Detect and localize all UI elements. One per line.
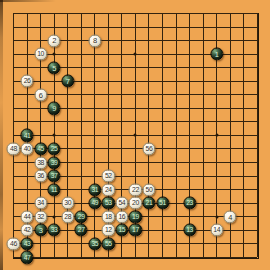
intersection[interactable]: 23 [183, 196, 197, 210]
intersection[interactable]: 4 [223, 210, 237, 224]
intersection[interactable] [183, 129, 197, 143]
intersection[interactable] [237, 102, 251, 116]
intersection[interactable] [169, 115, 183, 129]
intersection[interactable] [156, 61, 170, 75]
intersection[interactable] [115, 47, 129, 61]
intersection[interactable]: 9 [47, 102, 61, 116]
intersection[interactable] [20, 196, 34, 210]
intersection[interactable] [102, 251, 116, 265]
intersection[interactable] [142, 156, 156, 170]
intersection[interactable] [20, 34, 34, 48]
intersection[interactable]: 2 [47, 34, 61, 48]
intersection[interactable] [210, 210, 224, 224]
intersection[interactable] [237, 237, 251, 251]
intersection[interactable] [251, 237, 265, 251]
intersection[interactable] [210, 129, 224, 143]
intersection[interactable] [251, 61, 265, 75]
intersection[interactable]: 31 [88, 183, 102, 197]
intersection[interactable]: 38 [34, 156, 48, 170]
intersection[interactable] [251, 210, 265, 224]
intersection[interactable] [142, 7, 156, 21]
intersection[interactable] [129, 20, 143, 34]
intersection[interactable]: 33 [47, 223, 61, 237]
intersection[interactable] [34, 20, 48, 34]
intersection[interactable] [251, 196, 265, 210]
intersection[interactable] [74, 251, 88, 265]
intersection[interactable] [196, 142, 210, 156]
intersection[interactable] [142, 129, 156, 143]
intersection[interactable]: 3 [34, 223, 48, 237]
intersection[interactable] [47, 88, 61, 102]
intersection[interactable] [223, 74, 237, 88]
intersection[interactable] [88, 20, 102, 34]
intersection[interactable] [251, 34, 265, 48]
intersection[interactable] [196, 169, 210, 183]
intersection[interactable] [74, 74, 88, 88]
intersection[interactable]: 26 [20, 74, 34, 88]
intersection[interactable] [74, 169, 88, 183]
intersection[interactable]: 8 [88, 34, 102, 48]
intersection[interactable] [237, 7, 251, 21]
intersection[interactable] [34, 115, 48, 129]
intersection[interactable] [74, 196, 88, 210]
intersection[interactable] [7, 61, 21, 75]
intersection[interactable] [102, 88, 116, 102]
intersection[interactable]: 50 [142, 183, 156, 197]
intersection[interactable] [115, 61, 129, 75]
intersection[interactable]: 10 [34, 47, 48, 61]
intersection[interactable] [142, 210, 156, 224]
intersection[interactable] [20, 20, 34, 34]
intersection[interactable] [61, 142, 75, 156]
go-board[interactable]: 2810152676941484045255638393637521131242… [7, 7, 264, 264]
intersection[interactable] [115, 183, 129, 197]
intersection[interactable] [142, 102, 156, 116]
intersection[interactable] [169, 47, 183, 61]
intersection[interactable] [142, 47, 156, 61]
intersection[interactable] [169, 7, 183, 21]
intersection[interactable] [102, 61, 116, 75]
intersection[interactable] [210, 251, 224, 265]
intersection[interactable] [88, 47, 102, 61]
intersection[interactable] [237, 34, 251, 48]
intersection[interactable] [20, 61, 34, 75]
intersection[interactable] [237, 61, 251, 75]
intersection[interactable] [47, 115, 61, 129]
intersection[interactable] [61, 156, 75, 170]
intersection[interactable] [88, 88, 102, 102]
intersection[interactable] [61, 102, 75, 116]
intersection[interactable] [115, 129, 129, 143]
intersection[interactable] [196, 196, 210, 210]
intersection[interactable]: 51 [156, 196, 170, 210]
intersection[interactable] [183, 34, 197, 48]
intersection[interactable] [7, 169, 21, 183]
intersection[interactable] [183, 169, 197, 183]
intersection[interactable] [61, 34, 75, 48]
intersection[interactable]: 5 [47, 61, 61, 75]
intersection[interactable] [196, 34, 210, 48]
intersection[interactable] [61, 129, 75, 143]
intersection[interactable] [74, 183, 88, 197]
intersection[interactable]: 7 [61, 74, 75, 88]
intersection[interactable] [74, 237, 88, 251]
intersection[interactable] [129, 129, 143, 143]
intersection[interactable]: 43 [20, 237, 34, 251]
intersection[interactable] [169, 20, 183, 34]
intersection[interactable] [251, 74, 265, 88]
intersection[interactable] [237, 210, 251, 224]
intersection[interactable] [20, 156, 34, 170]
intersection[interactable] [115, 237, 129, 251]
intersection[interactable]: 32 [34, 210, 48, 224]
intersection[interactable] [156, 74, 170, 88]
intersection[interactable]: 6 [34, 88, 48, 102]
intersection[interactable] [47, 251, 61, 265]
intersection[interactable] [142, 20, 156, 34]
intersection[interactable] [102, 7, 116, 21]
intersection[interactable] [88, 129, 102, 143]
intersection[interactable] [129, 7, 143, 21]
intersection[interactable] [61, 183, 75, 197]
intersection[interactable] [183, 251, 197, 265]
intersection[interactable] [196, 223, 210, 237]
intersection[interactable] [196, 61, 210, 75]
intersection[interactable] [129, 74, 143, 88]
intersection[interactable] [115, 102, 129, 116]
intersection[interactable]: 55 [102, 237, 116, 251]
intersection[interactable] [102, 34, 116, 48]
intersection[interactable] [169, 237, 183, 251]
intersection[interactable]: 15 [115, 223, 129, 237]
intersection[interactable] [196, 20, 210, 34]
intersection[interactable] [7, 7, 21, 21]
intersection[interactable] [20, 88, 34, 102]
intersection[interactable] [223, 142, 237, 156]
intersection[interactable] [210, 61, 224, 75]
intersection[interactable] [129, 88, 143, 102]
intersection[interactable] [61, 47, 75, 61]
intersection[interactable] [74, 47, 88, 61]
intersection[interactable] [115, 169, 129, 183]
intersection[interactable] [61, 115, 75, 129]
intersection[interactable]: 39 [47, 156, 61, 170]
intersection[interactable] [169, 102, 183, 116]
intersection[interactable] [88, 169, 102, 183]
intersection[interactable] [74, 20, 88, 34]
intersection[interactable] [74, 102, 88, 116]
intersection[interactable]: 30 [61, 196, 75, 210]
intersection[interactable] [7, 251, 21, 265]
intersection[interactable] [251, 47, 265, 61]
intersection[interactable] [210, 74, 224, 88]
intersection[interactable] [47, 210, 61, 224]
intersection[interactable] [129, 237, 143, 251]
intersection[interactable] [251, 20, 265, 34]
intersection[interactable]: 1 [210, 47, 224, 61]
intersection[interactable]: 40 [20, 142, 34, 156]
intersection[interactable] [223, 129, 237, 143]
intersection[interactable] [210, 20, 224, 34]
intersection[interactable] [102, 156, 116, 170]
intersection[interactable] [237, 223, 251, 237]
intersection[interactable] [210, 142, 224, 156]
intersection[interactable] [223, 115, 237, 129]
intersection[interactable] [237, 142, 251, 156]
intersection[interactable] [251, 102, 265, 116]
intersection[interactable] [102, 129, 116, 143]
intersection[interactable] [7, 115, 21, 129]
intersection[interactable]: 48 [7, 142, 21, 156]
intersection[interactable] [47, 74, 61, 88]
intersection[interactable] [183, 47, 197, 61]
intersection[interactable] [196, 183, 210, 197]
intersection[interactable]: 49 [88, 196, 102, 210]
intersection[interactable] [156, 129, 170, 143]
intersection[interactable] [20, 115, 34, 129]
intersection[interactable] [210, 102, 224, 116]
intersection[interactable] [251, 129, 265, 143]
intersection[interactable] [196, 47, 210, 61]
intersection[interactable] [20, 102, 34, 116]
intersection[interactable] [34, 251, 48, 265]
intersection[interactable] [88, 7, 102, 21]
intersection[interactable] [156, 210, 170, 224]
intersection[interactable] [115, 34, 129, 48]
intersection[interactable] [102, 142, 116, 156]
intersection[interactable] [7, 210, 21, 224]
intersection[interactable] [115, 251, 129, 265]
intersection[interactable] [196, 88, 210, 102]
intersection[interactable] [251, 88, 265, 102]
intersection[interactable] [34, 102, 48, 116]
intersection[interactable]: 47 [20, 251, 34, 265]
intersection[interactable] [223, 47, 237, 61]
intersection[interactable] [115, 115, 129, 129]
intersection[interactable] [251, 169, 265, 183]
intersection[interactable] [156, 237, 170, 251]
intersection[interactable]: 16 [115, 210, 129, 224]
intersection[interactable]: 41 [20, 129, 34, 143]
intersection[interactable] [156, 156, 170, 170]
intersection[interactable] [223, 102, 237, 116]
intersection[interactable]: 11 [47, 183, 61, 197]
intersection[interactable] [142, 115, 156, 129]
intersection[interactable] [88, 102, 102, 116]
intersection[interactable] [210, 237, 224, 251]
intersection[interactable] [115, 7, 129, 21]
intersection[interactable] [7, 74, 21, 88]
intersection[interactable]: 28 [61, 210, 75, 224]
intersection[interactable] [156, 223, 170, 237]
intersection[interactable] [34, 34, 48, 48]
intersection[interactable] [142, 251, 156, 265]
intersection[interactable] [223, 34, 237, 48]
intersection[interactable] [88, 251, 102, 265]
intersection[interactable] [169, 74, 183, 88]
intersection[interactable] [20, 169, 34, 183]
intersection[interactable] [115, 142, 129, 156]
intersection[interactable] [183, 183, 197, 197]
intersection[interactable] [88, 74, 102, 88]
intersection[interactable] [196, 210, 210, 224]
intersection[interactable] [210, 34, 224, 48]
intersection[interactable] [115, 156, 129, 170]
intersection[interactable] [74, 7, 88, 21]
intersection[interactable] [223, 251, 237, 265]
intersection[interactable] [196, 251, 210, 265]
intersection[interactable] [237, 169, 251, 183]
intersection[interactable] [88, 142, 102, 156]
intersection[interactable] [61, 88, 75, 102]
intersection[interactable] [7, 196, 21, 210]
intersection[interactable]: 56 [142, 142, 156, 156]
intersection[interactable]: 18 [102, 210, 116, 224]
intersection[interactable] [142, 223, 156, 237]
intersection[interactable] [34, 7, 48, 21]
intersection[interactable] [210, 183, 224, 197]
intersection[interactable] [196, 102, 210, 116]
intersection[interactable] [210, 196, 224, 210]
intersection[interactable] [115, 20, 129, 34]
intersection[interactable] [129, 115, 143, 129]
intersection[interactable] [237, 47, 251, 61]
intersection[interactable] [210, 156, 224, 170]
intersection[interactable] [251, 7, 265, 21]
intersection[interactable] [7, 156, 21, 170]
intersection[interactable] [210, 115, 224, 129]
intersection[interactable] [61, 169, 75, 183]
intersection[interactable] [129, 142, 143, 156]
intersection[interactable] [169, 61, 183, 75]
intersection[interactable] [20, 183, 34, 197]
intersection[interactable]: 37 [47, 169, 61, 183]
intersection[interactable] [210, 7, 224, 21]
intersection[interactable] [20, 7, 34, 21]
intersection[interactable] [156, 169, 170, 183]
intersection[interactable] [115, 88, 129, 102]
intersection[interactable] [223, 20, 237, 34]
intersection[interactable] [169, 196, 183, 210]
intersection[interactable] [183, 156, 197, 170]
intersection[interactable] [183, 210, 197, 224]
intersection[interactable]: 42 [20, 223, 34, 237]
intersection[interactable] [169, 34, 183, 48]
intersection[interactable] [156, 7, 170, 21]
intersection[interactable] [237, 129, 251, 143]
intersection[interactable] [237, 183, 251, 197]
intersection[interactable] [169, 88, 183, 102]
intersection[interactable] [183, 7, 197, 21]
intersection[interactable] [74, 61, 88, 75]
intersection[interactable] [223, 7, 237, 21]
intersection[interactable] [169, 183, 183, 197]
intersection[interactable] [7, 102, 21, 116]
intersection[interactable] [61, 251, 75, 265]
intersection[interactable] [169, 251, 183, 265]
intersection[interactable] [34, 237, 48, 251]
intersection[interactable] [223, 156, 237, 170]
intersection[interactable] [156, 115, 170, 129]
intersection[interactable] [183, 142, 197, 156]
intersection[interactable] [61, 7, 75, 21]
intersection[interactable] [223, 88, 237, 102]
intersection[interactable] [223, 169, 237, 183]
intersection[interactable] [169, 156, 183, 170]
intersection[interactable] [47, 196, 61, 210]
intersection[interactable] [142, 169, 156, 183]
intersection[interactable] [7, 88, 21, 102]
intersection[interactable] [237, 196, 251, 210]
intersection[interactable]: 13 [183, 223, 197, 237]
intersection[interactable] [237, 115, 251, 129]
intersection[interactable] [47, 129, 61, 143]
intersection[interactable] [251, 223, 265, 237]
intersection[interactable] [156, 102, 170, 116]
intersection[interactable]: 44 [20, 210, 34, 224]
intersection[interactable] [237, 88, 251, 102]
intersection[interactable] [251, 142, 265, 156]
intersection[interactable] [223, 196, 237, 210]
intersection[interactable] [7, 129, 21, 143]
intersection[interactable] [88, 115, 102, 129]
intersection[interactable] [74, 129, 88, 143]
intersection[interactable] [210, 88, 224, 102]
intersection[interactable] [183, 237, 197, 251]
intersection[interactable]: 20 [129, 196, 143, 210]
intersection[interactable] [237, 74, 251, 88]
intersection[interactable] [251, 183, 265, 197]
intersection[interactable] [223, 183, 237, 197]
intersection[interactable] [156, 251, 170, 265]
intersection[interactable] [88, 61, 102, 75]
intersection[interactable] [61, 237, 75, 251]
intersection[interactable] [169, 223, 183, 237]
intersection[interactable]: 45 [34, 142, 48, 156]
intersection[interactable] [223, 61, 237, 75]
intersection[interactable] [7, 34, 21, 48]
intersection[interactable] [129, 251, 143, 265]
intersection[interactable] [251, 251, 265, 265]
intersection[interactable] [169, 210, 183, 224]
intersection[interactable]: 46 [7, 237, 21, 251]
intersection[interactable]: 29 [74, 210, 88, 224]
intersection[interactable] [47, 20, 61, 34]
intersection[interactable] [129, 47, 143, 61]
intersection[interactable] [129, 34, 143, 48]
intersection[interactable]: 34 [34, 196, 48, 210]
intersection[interactable] [74, 115, 88, 129]
intersection[interactable] [237, 20, 251, 34]
intersection[interactable] [196, 237, 210, 251]
intersection[interactable] [183, 88, 197, 102]
intersection[interactable]: 19 [129, 210, 143, 224]
intersection[interactable] [169, 129, 183, 143]
intersection[interactable] [129, 61, 143, 75]
intersection[interactable]: 27 [74, 223, 88, 237]
intersection[interactable] [223, 237, 237, 251]
intersection[interactable] [102, 102, 116, 116]
intersection[interactable] [237, 251, 251, 265]
intersection[interactable] [47, 7, 61, 21]
intersection[interactable] [169, 142, 183, 156]
intersection[interactable] [74, 142, 88, 156]
intersection[interactable] [196, 129, 210, 143]
intersection[interactable] [251, 156, 265, 170]
intersection[interactable] [20, 47, 34, 61]
intersection[interactable] [7, 223, 21, 237]
intersection[interactable] [47, 47, 61, 61]
